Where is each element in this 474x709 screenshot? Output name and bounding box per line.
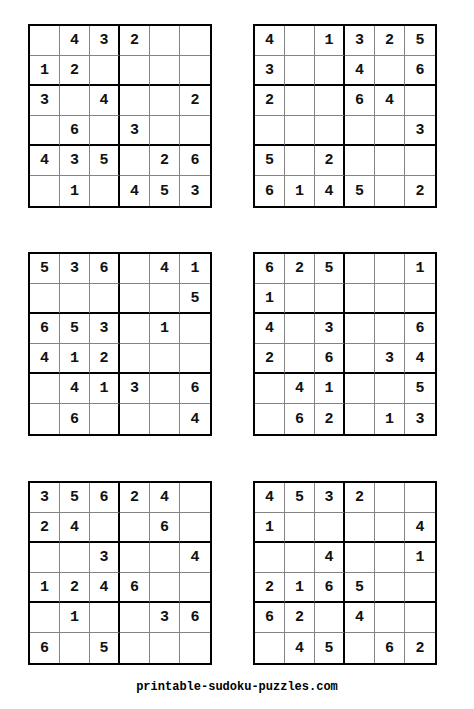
sudoku-cell-r4c3 (315, 116, 345, 146)
sudoku-cell-r4c1 (30, 116, 60, 146)
sudoku-cell-r1c3: 1 (315, 26, 345, 56)
sudoku-cell-r3c4 (120, 314, 150, 344)
sudoku-cell-r1c4 (345, 254, 375, 284)
sudoku-cell-r5c1 (30, 374, 60, 404)
sudoku-cell-r5c5 (375, 146, 405, 176)
sudoku-cell-r4c3 (90, 116, 120, 146)
sudoku-cell-r2c4 (120, 56, 150, 86)
sudoku-cell-r3c6: 2 (180, 86, 210, 116)
sudoku-cell-r6c3: 2 (315, 404, 345, 434)
sudoku-cell-r4c2 (285, 344, 315, 374)
sudoku-cell-r2c1: 1 (255, 513, 285, 543)
sudoku-cell-r6c6: 3 (180, 176, 210, 206)
sudoku-cell-r1c5: 4 (150, 254, 180, 284)
sudoku-cell-r6c6: 4 (180, 404, 210, 434)
sudoku-cell-r1c6: 1 (180, 254, 210, 284)
sudoku-cell-r4c5 (150, 573, 180, 603)
sudoku-cell-r3c2 (60, 543, 90, 573)
sudoku-cell-r6c1 (255, 633, 285, 663)
sudoku-cell-r5c6: 6 (180, 374, 210, 404)
sudoku-cell-r3c5: 4 (375, 86, 405, 116)
sudoku-cell-r1c2: 3 (60, 254, 90, 284)
sudoku-cell-r2c1: 1 (30, 56, 60, 86)
sudoku-cell-r1c3: 6 (90, 483, 120, 513)
sudoku-cell-r3c4 (120, 543, 150, 573)
sudoku-cell-r1c6: 1 (405, 254, 435, 284)
sudoku-cell-r4c1: 2 (255, 344, 285, 374)
sudoku-cell-r3c4 (345, 543, 375, 573)
sudoku-cell-r6c1: 6 (255, 176, 285, 206)
sudoku-cell-r5c1: 5 (255, 146, 285, 176)
sudoku-board-6: 4532144121656244562 (253, 481, 437, 665)
sudoku-cell-r2c6 (405, 284, 435, 314)
sudoku-cell-r2c1: 1 (255, 284, 285, 314)
sudoku-cell-r4c3: 6 (315, 573, 345, 603)
sudoku-cell-r3c6 (405, 86, 435, 116)
sudoku-cell-r3c1: 6 (30, 314, 60, 344)
sudoku-cell-r1c1 (30, 26, 60, 56)
sudoku-cell-r1c5 (375, 254, 405, 284)
sudoku-cell-r6c5: 6 (375, 633, 405, 663)
sudoku-cell-r4c5 (375, 116, 405, 146)
sudoku-cell-r2c5 (375, 56, 405, 86)
sudoku-cell-r6c4 (120, 404, 150, 434)
sudoku-cell-r3c1 (255, 543, 285, 573)
sudoku-cell-r5c3 (90, 603, 120, 633)
sudoku-cell-r3c6: 6 (405, 314, 435, 344)
sudoku-cell-r2c2 (285, 513, 315, 543)
sudoku-cell-r6c2: 1 (285, 176, 315, 206)
sudoku-cell-r4c2 (285, 116, 315, 146)
sudoku-cell-r6c5 (150, 633, 180, 663)
sudoku-cell-r2c5 (375, 284, 405, 314)
sudoku-cell-r4c3: 2 (90, 344, 120, 374)
sudoku-cell-r4c4 (345, 116, 375, 146)
sudoku-cell-r1c2 (285, 26, 315, 56)
sudoku-cell-r5c5: 2 (150, 146, 180, 176)
sudoku-cell-r6c5: 5 (150, 176, 180, 206)
sudoku-cell-r3c6: 1 (405, 543, 435, 573)
sudoku-cell-r3c2 (285, 543, 315, 573)
sudoku-cell-r2c1 (30, 284, 60, 314)
sudoku-cell-r5c4 (345, 146, 375, 176)
sudoku-cell-r5c3 (315, 603, 345, 633)
sudoku-cell-r5c4 (345, 374, 375, 404)
sudoku-cell-r6c2: 1 (60, 176, 90, 206)
sudoku-board-4: 6251143626344156213 (253, 252, 437, 436)
sudoku-cell-r3c1: 2 (255, 86, 285, 116)
sudoku-cell-r1c1: 3 (30, 483, 60, 513)
sudoku-cell-r5c5 (150, 374, 180, 404)
sudoku-cell-r1c1: 5 (30, 254, 60, 284)
sudoku-cell-r1c1: 6 (255, 254, 285, 284)
sudoku-cell-r3c6: 4 (180, 543, 210, 573)
sudoku-cell-r2c6: 6 (405, 56, 435, 86)
sudoku-cell-r1c6 (180, 26, 210, 56)
sudoku-cell-r3c2: 5 (60, 314, 90, 344)
sudoku-cell-r4c6: 3 (405, 116, 435, 146)
sudoku-cell-r6c1: 6 (30, 633, 60, 663)
sudoku-cell-r6c4 (120, 633, 150, 663)
sudoku-cell-r4c6 (180, 344, 210, 374)
sudoku-cell-r3c2 (285, 314, 315, 344)
sudoku-cell-r4c5 (150, 344, 180, 374)
sudoku-cell-r3c3: 4 (315, 543, 345, 573)
sudoku-cell-r1c4: 2 (120, 483, 150, 513)
sudoku-cell-r1c4 (120, 254, 150, 284)
sudoku-cell-r3c3: 3 (90, 314, 120, 344)
sudoku-cell-r5c2: 2 (285, 603, 315, 633)
sudoku-cell-r1c4: 3 (345, 26, 375, 56)
sudoku-cell-r1c2: 4 (60, 26, 90, 56)
sudoku-cell-r3c3 (315, 86, 345, 116)
sudoku-cell-r5c2: 4 (285, 374, 315, 404)
sudoku-cell-r6c6: 2 (405, 633, 435, 663)
sudoku-cell-r5c3: 1 (90, 374, 120, 404)
sudoku-cell-r2c5 (150, 56, 180, 86)
sudoku-cell-r5c4 (120, 603, 150, 633)
sudoku-cell-r4c1: 4 (30, 344, 60, 374)
sudoku-cell-r1c2: 5 (60, 483, 90, 513)
sudoku-cell-r5c1: 4 (30, 146, 60, 176)
sudoku-cell-r2c1: 3 (255, 56, 285, 86)
sudoku-cell-r6c4 (345, 404, 375, 434)
sudoku-cell-r4c1: 2 (255, 573, 285, 603)
sudoku-cell-r4c2: 2 (60, 573, 90, 603)
sudoku-cell-r6c3: 5 (315, 633, 345, 663)
sudoku-board-1: 4321234263435261453 (28, 24, 212, 208)
sudoku-cell-r3c5: 1 (150, 314, 180, 344)
sudoku-cell-r6c1 (30, 176, 60, 206)
sudoku-cell-r4c4: 6 (120, 573, 150, 603)
sudoku-cell-r2c6: 5 (180, 284, 210, 314)
sudoku-cell-r6c3: 4 (315, 176, 345, 206)
sudoku-cell-r1c4: 2 (120, 26, 150, 56)
sudoku-cell-r2c4 (120, 284, 150, 314)
sudoku-cell-r3c5 (375, 543, 405, 573)
sudoku-cell-r5c5 (375, 603, 405, 633)
sudoku-cell-r5c4: 4 (345, 603, 375, 633)
sudoku-cell-r5c5 (375, 374, 405, 404)
sudoku-cell-r6c5 (150, 404, 180, 434)
sudoku-cell-r2c5 (375, 513, 405, 543)
sudoku-cell-r6c2: 6 (60, 404, 90, 434)
sudoku-cell-r4c6 (405, 573, 435, 603)
sudoku-cell-r1c5 (375, 483, 405, 513)
sudoku-cell-r6c6: 2 (405, 176, 435, 206)
sudoku-cell-r5c3: 5 (90, 146, 120, 176)
sudoku-cell-r2c5 (150, 284, 180, 314)
sudoku-cell-r2c6 (180, 513, 210, 543)
sudoku-cell-r4c5 (150, 116, 180, 146)
sudoku-cell-r5c2: 1 (60, 603, 90, 633)
sudoku-cell-r4c1: 1 (30, 573, 60, 603)
sudoku-cell-r5c6: 6 (180, 603, 210, 633)
sudoku-cell-r4c1 (255, 116, 285, 146)
sudoku-cell-r2c3 (90, 56, 120, 86)
sudoku-cell-r5c6 (405, 146, 435, 176)
sudoku-board-3: 5364156531412413664 (28, 252, 212, 436)
sudoku-cell-r1c1: 4 (255, 26, 285, 56)
sudoku-cell-r6c5 (375, 176, 405, 206)
sudoku-cell-r1c6: 5 (405, 26, 435, 56)
sudoku-cell-r2c3 (90, 513, 120, 543)
sudoku-cell-r6c6 (180, 633, 210, 663)
sudoku-cell-r2c3 (315, 513, 345, 543)
sudoku-cell-r3c5 (150, 86, 180, 116)
sudoku-cell-r4c2: 1 (60, 344, 90, 374)
sudoku-cell-r5c5: 3 (150, 603, 180, 633)
sudoku-cell-r2c4 (120, 513, 150, 543)
sudoku-cell-r3c6 (180, 314, 210, 344)
sudoku-cell-r2c6 (180, 56, 210, 86)
sudoku-cell-r3c3: 4 (90, 86, 120, 116)
sudoku-cell-r1c3: 5 (315, 254, 345, 284)
sudoku-cell-r3c1 (30, 543, 60, 573)
sudoku-cell-r1c6 (405, 483, 435, 513)
sudoku-cell-r6c1 (255, 404, 285, 434)
sudoku-cell-r4c4 (120, 344, 150, 374)
sudoku-cell-r2c2 (285, 284, 315, 314)
sudoku-cell-r5c1 (255, 374, 285, 404)
sudoku-cell-r5c2: 3 (60, 146, 90, 176)
sudoku-cell-r4c5 (375, 573, 405, 603)
sudoku-cell-r4c3: 4 (90, 573, 120, 603)
sudoku-cell-r2c6: 4 (405, 513, 435, 543)
sudoku-cell-r3c2 (285, 86, 315, 116)
sudoku-cell-r6c3 (90, 176, 120, 206)
sudoku-cell-r4c3: 6 (315, 344, 345, 374)
sudoku-cell-r2c5: 6 (150, 513, 180, 543)
sudoku-cell-r1c5: 4 (150, 483, 180, 513)
sudoku-cell-r5c3: 1 (315, 374, 345, 404)
footer-site-url: printable-sudoku-puzzles.com (0, 680, 474, 694)
sudoku-cell-r5c1 (30, 603, 60, 633)
sudoku-cell-r4c6 (180, 116, 210, 146)
sudoku-cell-r6c4: 5 (345, 176, 375, 206)
sudoku-board-5: 3562424634124613665 (28, 481, 212, 665)
sudoku-cell-r2c1: 2 (30, 513, 60, 543)
sudoku-cell-r5c1: 6 (255, 603, 285, 633)
sudoku-cell-r6c2: 4 (285, 633, 315, 663)
sudoku-cell-r4c4: 3 (120, 116, 150, 146)
sudoku-cell-r3c1: 4 (255, 314, 285, 344)
sudoku-cell-r2c2: 2 (60, 56, 90, 86)
sudoku-cell-r1c1: 4 (255, 483, 285, 513)
sudoku-cell-r5c4: 3 (120, 374, 150, 404)
sudoku-cell-r6c4: 4 (120, 176, 150, 206)
sudoku-cell-r6c5: 1 (375, 404, 405, 434)
sudoku-cell-r2c2: 4 (60, 513, 90, 543)
sudoku-cell-r6c2 (60, 633, 90, 663)
sudoku-cell-r1c3: 6 (90, 254, 120, 284)
sudoku-cell-r6c4 (345, 633, 375, 663)
sudoku-cell-r4c4: 5 (345, 573, 375, 603)
sudoku-cell-r2c3 (90, 284, 120, 314)
sudoku-cell-r3c4 (345, 314, 375, 344)
sudoku-cell-r1c6 (180, 483, 210, 513)
sudoku-cell-r4c2: 6 (60, 116, 90, 146)
sudoku-cell-r3c5 (375, 314, 405, 344)
sudoku-cell-r1c2: 2 (285, 254, 315, 284)
sudoku-cell-r4c5: 3 (375, 344, 405, 374)
sudoku-cell-r2c4 (345, 284, 375, 314)
sudoku-cell-r2c3 (315, 284, 345, 314)
sudoku-cell-r2c2 (285, 56, 315, 86)
sudoku-cell-r5c6: 6 (180, 146, 210, 176)
sudoku-cell-r5c4 (120, 146, 150, 176)
sudoku-cell-r2c4 (345, 513, 375, 543)
sudoku-cell-r5c2 (285, 146, 315, 176)
sudoku-cell-r1c4: 2 (345, 483, 375, 513)
sudoku-cell-r1c3: 3 (90, 26, 120, 56)
sudoku-cell-r1c5: 2 (375, 26, 405, 56)
sudoku-cell-r4c4 (345, 344, 375, 374)
sudoku-cell-r5c6: 5 (405, 374, 435, 404)
sudoku-cell-r6c1 (30, 404, 60, 434)
sudoku-cell-r1c2: 5 (285, 483, 315, 513)
sudoku-cell-r1c5 (150, 26, 180, 56)
sudoku-cell-r3c3: 3 (90, 543, 120, 573)
sudoku-cell-r6c3 (90, 404, 120, 434)
sudoku-cell-r4c6 (180, 573, 210, 603)
sudoku-cell-r3c1: 3 (30, 86, 60, 116)
sudoku-cell-r2c2 (60, 284, 90, 314)
sudoku-cell-r4c6: 4 (405, 344, 435, 374)
sudoku-cell-r4c2: 1 (285, 573, 315, 603)
sudoku-cell-r3c2 (60, 86, 90, 116)
sudoku-cell-r5c2: 4 (60, 374, 90, 404)
sudoku-cell-r3c4 (120, 86, 150, 116)
sudoku-cell-r3c5 (150, 543, 180, 573)
sudoku-cell-r6c6: 3 (405, 404, 435, 434)
sudoku-cell-r1c3: 3 (315, 483, 345, 513)
sudoku-cell-r3c4: 6 (345, 86, 375, 116)
sudoku-cell-r2c4: 4 (345, 56, 375, 86)
sudoku-cell-r5c3: 2 (315, 146, 345, 176)
sudoku-cell-r5c6 (405, 603, 435, 633)
sudoku-cell-r2c3 (315, 56, 345, 86)
sudoku-cell-r6c3: 5 (90, 633, 120, 663)
sudoku-cell-r6c2: 6 (285, 404, 315, 434)
sudoku-cell-r3c3: 3 (315, 314, 345, 344)
sudoku-board-2: 4132534626435261452 (253, 24, 437, 208)
